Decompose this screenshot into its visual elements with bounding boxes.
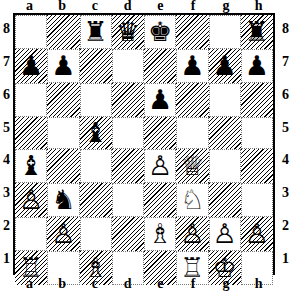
square-g3[interactable] [209, 183, 241, 217]
chess-diagram: abcdefgh 87654321 87654321 ♜♛♚♜♟♟♟♟♟♟♝♝♙… [0, 0, 295, 295]
rank-label-7: 7 [0, 46, 13, 79]
square-g7[interactable]: ♟ [209, 49, 241, 83]
square-f3[interactable]: ♘ [176, 183, 208, 217]
square-h2[interactable]: ♙ [241, 217, 273, 251]
square-a3[interactable]: ♙ [15, 183, 47, 217]
white-pawn-a3[interactable]: ♙ [19, 184, 43, 216]
square-e6[interactable]: ♟ [144, 83, 176, 117]
black-rook-c8[interactable]: ♜ [84, 16, 108, 48]
black-queen-d8[interactable]: ♛ [116, 16, 140, 48]
square-d3[interactable] [112, 183, 144, 217]
rank-labels-left: 87654321 [0, 13, 13, 275]
file-label-g: g [210, 277, 243, 290]
white-pawn-h2[interactable]: ♙ [245, 218, 269, 250]
file-label-c: c [79, 0, 112, 12]
white-pawn-e4[interactable]: ♙ [148, 150, 172, 182]
white-pawn-b2[interactable]: ♙ [51, 218, 75, 250]
square-a5[interactable] [15, 117, 47, 149]
square-c4[interactable] [80, 149, 112, 183]
square-d2[interactable] [112, 217, 144, 251]
square-h8[interactable]: ♜ [241, 15, 273, 49]
square-g4[interactable] [209, 149, 241, 183]
black-king-e8[interactable]: ♚ [148, 16, 172, 48]
file-label-f: f [177, 0, 210, 12]
square-d7[interactable] [112, 49, 144, 83]
black-knight-b3[interactable]: ♞ [51, 184, 75, 216]
white-pawn-f2[interactable]: ♙ [180, 218, 204, 250]
square-c8[interactable]: ♜ [80, 15, 112, 49]
rank-label-3: 3 [279, 177, 292, 210]
rank-label-7: 7 [279, 46, 292, 79]
square-d6[interactable] [112, 83, 144, 117]
square-e8[interactable]: ♚ [144, 15, 176, 49]
square-c2[interactable] [80, 217, 112, 251]
white-bishop-e2[interactable]: ♗ [148, 218, 172, 250]
rank-label-5: 5 [279, 111, 292, 144]
square-e4[interactable]: ♙ [144, 149, 176, 183]
square-f6[interactable] [176, 83, 208, 117]
square-f8[interactable] [176, 15, 208, 49]
square-d8[interactable]: ♛ [112, 15, 144, 49]
square-b3[interactable]: ♞ [47, 183, 79, 217]
rank-labels-right: 87654321 [279, 13, 292, 275]
square-h7[interactable]: ♟ [241, 49, 273, 83]
file-label-b: b [46, 277, 79, 290]
black-pawn-g7[interactable]: ♟ [213, 50, 237, 82]
square-h3[interactable] [241, 183, 273, 217]
rank-label-3: 3 [0, 177, 13, 210]
white-pawn-g2[interactable]: ♙ [213, 218, 237, 250]
file-labels-bottom: abcdefgh [13, 277, 275, 290]
black-pawn-a7[interactable]: ♟ [19, 50, 43, 82]
black-rook-h8[interactable]: ♜ [245, 16, 269, 48]
rank-label-6: 6 [279, 79, 292, 112]
rank-label-6: 6 [0, 79, 13, 112]
file-label-b: b [46, 0, 79, 12]
square-d4[interactable] [112, 149, 144, 183]
file-labels-top: abcdefgh [13, 0, 275, 12]
square-a8[interactable] [15, 15, 47, 49]
square-d5[interactable] [112, 117, 144, 149]
square-h6[interactable] [241, 83, 273, 117]
square-h5[interactable] [241, 117, 273, 149]
square-c3[interactable] [80, 183, 112, 217]
black-pawn-b7[interactable]: ♟ [51, 50, 75, 82]
rank-label-5: 5 [0, 111, 13, 144]
file-label-d: d [111, 277, 144, 290]
rank-label-2: 2 [0, 210, 13, 243]
rank-label-8: 8 [279, 13, 292, 46]
white-queen-f4[interactable]: ♕ [180, 150, 204, 182]
white-knight-f3[interactable]: ♘ [180, 184, 204, 216]
rank-label-8: 8 [0, 13, 13, 46]
square-f5[interactable] [176, 117, 208, 149]
rank-label-1: 1 [0, 242, 13, 275]
square-f7[interactable]: ♟ [176, 49, 208, 83]
file-label-e: e [144, 277, 177, 290]
square-c6[interactable] [80, 83, 112, 117]
square-f2[interactable]: ♙ [176, 217, 208, 251]
file-label-a: a [13, 277, 46, 290]
square-b5[interactable] [47, 117, 79, 149]
black-bishop-c5[interactable]: ♝ [84, 117, 108, 149]
square-b6[interactable] [47, 83, 79, 117]
square-g8[interactable] [209, 15, 241, 49]
black-bishop-a4[interactable]: ♝ [19, 150, 43, 182]
black-pawn-h7[interactable]: ♟ [245, 50, 269, 82]
square-f4[interactable]: ♕ [176, 149, 208, 183]
file-label-h: h [242, 277, 275, 290]
file-label-a: a [13, 0, 46, 12]
black-pawn-f7[interactable]: ♟ [180, 50, 204, 82]
file-label-c: c [79, 277, 112, 290]
square-c5[interactable]: ♝ [80, 117, 112, 149]
rank-label-4: 4 [279, 144, 292, 177]
square-a6[interactable] [15, 83, 47, 117]
square-a2[interactable] [15, 217, 47, 251]
square-a4[interactable]: ♝ [15, 149, 47, 183]
chess-board: ♜♛♚♜♟♟♟♟♟♟♝♝♙♕♙♞♘♙♗♙♙♙♖♗♖♔ [13, 13, 275, 275]
square-b4[interactable] [47, 149, 79, 183]
file-label-f: f [177, 277, 210, 290]
square-c7[interactable] [80, 49, 112, 83]
square-g5[interactable] [209, 117, 241, 149]
rank-label-2: 2 [279, 210, 292, 243]
rank-label-4: 4 [0, 144, 13, 177]
square-e7[interactable] [144, 49, 176, 83]
square-b7[interactable]: ♟ [47, 49, 79, 83]
file-label-h: h [242, 0, 275, 12]
rank-label-1: 1 [279, 242, 292, 275]
file-label-g: g [210, 0, 243, 12]
square-e3[interactable] [144, 183, 176, 217]
black-pawn-e6[interactable]: ♟ [148, 84, 172, 116]
square-b2[interactable]: ♙ [47, 217, 79, 251]
file-label-d: d [111, 0, 144, 12]
square-a7[interactable]: ♟ [15, 49, 47, 83]
square-g6[interactable] [209, 83, 241, 117]
square-e5[interactable] [144, 117, 176, 149]
square-b8[interactable] [47, 15, 79, 49]
square-h4[interactable] [241, 149, 273, 183]
square-e2[interactable]: ♗ [144, 217, 176, 251]
file-label-e: e [144, 0, 177, 12]
square-g2[interactable]: ♙ [209, 217, 241, 251]
